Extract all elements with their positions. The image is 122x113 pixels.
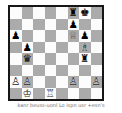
square-f4 [68, 53, 80, 65]
square-f6: ♕ [68, 30, 80, 42]
white-pawn-piece: ♙ [11, 76, 20, 88]
square-b6 [22, 30, 34, 42]
black-pawn-piece: ♟ [69, 19, 78, 31]
square-f5 [68, 42, 80, 54]
square-a1 [10, 88, 22, 100]
square-c8 [33, 7, 45, 19]
square-b3 [22, 65, 34, 77]
white-pawn-piece: ♙ [23, 76, 32, 88]
square-f1 [68, 88, 80, 100]
square-d5 [45, 42, 57, 54]
square-a4 [10, 53, 22, 65]
white-bishop-piece: ♗ [80, 42, 89, 54]
square-h5 [91, 42, 103, 54]
square-b2: ♙ [22, 76, 34, 88]
white-rook-piece: ♖ [46, 88, 55, 100]
square-c1 [33, 88, 45, 100]
square-e7 [56, 19, 68, 31]
square-b7 [22, 19, 34, 31]
square-f8: ♜ [68, 7, 80, 19]
square-d3 [45, 65, 57, 77]
white-king-piece: ♔ [23, 88, 32, 100]
black-pawn-piece: ♟ [23, 42, 32, 54]
diagram-caption: kanr beuss-uonl Lo ispn usr +esn's [0, 102, 122, 108]
square-e5 [56, 42, 68, 54]
square-c2 [33, 76, 45, 88]
square-a5 [10, 42, 22, 54]
white-pawn-piece: ♙ [92, 76, 101, 88]
black-rook-piece: ♜ [80, 53, 89, 65]
square-c5 [33, 42, 45, 54]
square-d4 [45, 53, 57, 65]
square-d8 [45, 7, 57, 19]
square-g6: ♟ [79, 30, 91, 42]
square-c6 [33, 30, 45, 42]
square-g7 [79, 19, 91, 31]
square-e6 [56, 30, 68, 42]
square-g2 [79, 76, 91, 88]
square-d7 [45, 19, 57, 31]
square-h7 [91, 19, 103, 31]
square-b5: ♟ [22, 42, 34, 54]
square-a8 [10, 7, 22, 19]
square-c4 [33, 53, 45, 65]
square-g1 [79, 88, 91, 100]
square-f3 [68, 65, 80, 77]
board-grid: ♜♚♟♟♕♟♟♗♛♜♙♙♙♙♔♖ [10, 7, 102, 99]
square-f2: ♙ [68, 76, 80, 88]
square-d1: ♖ [45, 88, 57, 100]
square-g8: ♚ [79, 7, 91, 19]
square-h6 [91, 30, 103, 42]
square-b1: ♔ [22, 88, 34, 100]
white-queen-piece: ♕ [69, 30, 78, 42]
square-h4 [91, 53, 103, 65]
square-f7: ♟ [68, 19, 80, 31]
square-a2: ♙ [10, 76, 22, 88]
black-queen-piece: ♛ [23, 53, 32, 65]
square-d6 [45, 30, 57, 42]
black-pawn-piece: ♟ [11, 30, 20, 42]
white-pawn-piece: ♙ [69, 76, 78, 88]
square-b8 [22, 7, 34, 19]
black-king-piece: ♚ [80, 7, 89, 19]
chess-board: ♜♚♟♟♕♟♟♗♛♜♙♙♙♙♔♖ [8, 5, 104, 101]
square-g3 [79, 65, 91, 77]
square-c7 [33, 19, 45, 31]
square-e2 [56, 76, 68, 88]
square-c3 [33, 65, 45, 77]
square-e4 [56, 53, 68, 65]
square-g5: ♗ [79, 42, 91, 54]
square-h1 [91, 88, 103, 100]
square-a6: ♟ [10, 30, 22, 42]
square-g4: ♜ [79, 53, 91, 65]
square-d2 [45, 76, 57, 88]
square-h2: ♙ [91, 76, 103, 88]
square-a7 [10, 19, 22, 31]
black-pawn-piece: ♟ [80, 30, 89, 42]
square-a3 [10, 65, 22, 77]
square-h8 [91, 7, 103, 19]
square-e1 [56, 88, 68, 100]
square-b4: ♛ [22, 53, 34, 65]
square-e8 [56, 7, 68, 19]
square-h3 [91, 65, 103, 77]
square-e3 [56, 65, 68, 77]
black-rook-piece: ♜ [69, 7, 78, 19]
